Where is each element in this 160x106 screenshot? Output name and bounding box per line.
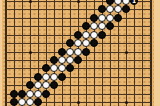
black-stone [34, 73, 42, 81]
star-point [29, 0, 32, 3]
white-stone [106, 5, 114, 13]
go-board-diagram: 1 [0, 0, 160, 106]
black-stone [82, 48, 90, 56]
grid-vline [150, 0, 152, 106]
white-stone [74, 39, 82, 47]
grid-hline [6, 26, 151, 27]
grid-hline [6, 68, 151, 69]
black-stone [58, 48, 66, 56]
white-stone [90, 22, 98, 30]
white-stone [98, 22, 106, 30]
black-stone [106, 22, 114, 30]
white-stone [114, 5, 122, 13]
black-stone [98, 31, 106, 39]
white-stone [26, 90, 34, 98]
star-point [29, 51, 32, 54]
black-stone [98, 5, 106, 13]
star-point [125, 101, 128, 104]
black-stone [66, 39, 74, 47]
white-stone [98, 14, 106, 22]
star-point [125, 51, 128, 54]
white-stone [66, 48, 74, 56]
black-stone [18, 90, 26, 98]
white-stone [18, 98, 26, 106]
black-stone [26, 81, 34, 89]
white-stone [34, 90, 42, 98]
white-stone [82, 39, 90, 47]
white-stone [42, 73, 50, 81]
white-stone [58, 56, 66, 64]
white-stone [26, 98, 34, 106]
grid-vline [5, 0, 7, 106]
grid-vline [134, 0, 135, 106]
white-stone [66, 56, 74, 64]
grid-vline [142, 0, 143, 106]
black-stone [50, 81, 58, 89]
black-stone [34, 98, 42, 106]
black-stone [90, 39, 98, 47]
move-number-label: 1 [132, 0, 136, 4]
black-stone [122, 5, 130, 13]
black-stone [10, 90, 18, 98]
black-stone [58, 73, 66, 81]
black-stone [90, 14, 98, 22]
white-stone [50, 64, 58, 72]
star-point [77, 0, 80, 3]
black-stone [42, 90, 50, 98]
white-stone [34, 81, 42, 89]
black-stone [74, 56, 82, 64]
black-stone [82, 22, 90, 30]
black-stone [114, 14, 122, 22]
go-board[interactable]: 1 [0, 0, 160, 106]
grid-hline [6, 77, 151, 78]
white-stone [50, 73, 58, 81]
white-stone [106, 14, 114, 22]
white-stone [82, 31, 90, 39]
grid-vline [54, 0, 55, 106]
black-stone [66, 64, 74, 72]
white-stone [74, 48, 82, 56]
black-stone [42, 64, 50, 72]
black-stone [50, 56, 58, 64]
black-stone [10, 98, 18, 106]
star-point [77, 101, 80, 104]
white-stone [42, 81, 50, 89]
white-stone [58, 64, 66, 72]
grid-hline [6, 18, 151, 19]
black-stone [74, 31, 82, 39]
white-stone [90, 31, 98, 39]
